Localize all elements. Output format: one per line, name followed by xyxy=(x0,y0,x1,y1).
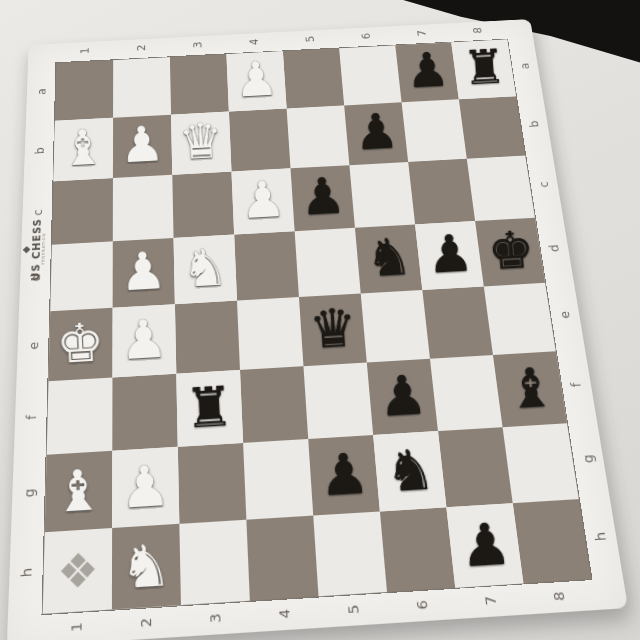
square-c8[interactable] xyxy=(467,156,535,222)
square-a5[interactable] xyxy=(283,48,344,108)
square-g6[interactable]: ♞ xyxy=(373,431,446,511)
square-d1[interactable] xyxy=(50,241,113,311)
square-b5[interactable] xyxy=(287,105,350,168)
square-e8[interactable] xyxy=(484,283,556,355)
square-f2[interactable] xyxy=(112,374,177,451)
square-g3[interactable] xyxy=(178,443,247,524)
square-b6[interactable]: ♟ xyxy=(344,102,408,165)
piece-black-pawn-h7[interactable]: ♟ xyxy=(458,515,513,576)
square-f3[interactable]: ♜ xyxy=(176,370,243,447)
piece-black-pawn-b6[interactable]: ♟ xyxy=(353,106,400,157)
square-a1[interactable] xyxy=(55,60,113,121)
uschess-logo-subtext: FEDERATION xyxy=(41,233,46,265)
square-d5[interactable] xyxy=(295,228,361,297)
square-f4[interactable] xyxy=(240,366,308,443)
piece-black-knight-g6[interactable]: ♞ xyxy=(383,441,436,500)
piece-white-knight-d3[interactable]: ♞ xyxy=(180,241,229,295)
piece-black-knight-d6[interactable]: ♞ xyxy=(364,231,413,285)
piece-black-pawn-a7[interactable]: ♟ xyxy=(404,46,450,95)
square-b8[interactable] xyxy=(459,96,525,159)
piece-white-knight-h2[interactable]: ♞ xyxy=(118,536,172,597)
square-f6[interactable]: ♟ xyxy=(367,359,438,435)
piece-white-pawn-c4[interactable]: ♟ xyxy=(239,174,287,226)
square-a4[interactable]: ♟ xyxy=(226,51,286,111)
square-e6[interactable] xyxy=(361,290,430,363)
square-d4[interactable] xyxy=(234,231,299,300)
piece-black-pawn-d7[interactable]: ♟ xyxy=(425,227,474,281)
square-e7[interactable] xyxy=(422,286,493,358)
piece-black-queen-e5[interactable]: ♛ xyxy=(307,301,357,356)
piece-black-king-d8[interactable]: ♚ xyxy=(486,224,536,278)
square-b2[interactable]: ♟ xyxy=(113,115,172,178)
square-f7[interactable] xyxy=(430,355,503,431)
square-g2[interactable]: ♟ xyxy=(112,447,179,528)
square-c1[interactable] xyxy=(52,178,113,245)
square-b3[interactable]: ♛ xyxy=(171,112,231,175)
square-g5[interactable]: ♟ xyxy=(308,435,380,516)
square-h4[interactable] xyxy=(246,516,318,601)
piece-white-bishop-b1[interactable]: ♝ xyxy=(59,122,106,173)
square-e5[interactable]: ♛ xyxy=(299,293,367,366)
square-a2[interactable] xyxy=(113,57,171,118)
square-b7[interactable] xyxy=(402,99,467,162)
square-d8[interactable]: ♚ xyxy=(475,218,545,287)
square-a3[interactable] xyxy=(170,54,229,114)
square-e1[interactable]: ♚ xyxy=(48,308,112,382)
uschess-watermark-icon: ❖ xyxy=(43,528,112,614)
square-a7[interactable]: ♟ xyxy=(395,42,459,102)
square-b4[interactable] xyxy=(229,108,291,171)
piece-black-pawn-f6[interactable]: ♟ xyxy=(377,367,429,424)
square-h2[interactable]: ♞ xyxy=(112,524,181,610)
square-e2[interactable]: ♟ xyxy=(112,304,176,377)
piece-white-pawn-a4[interactable]: ♟ xyxy=(233,55,279,104)
square-d3[interactable]: ♞ xyxy=(174,235,237,305)
square-d6[interactable]: ♞ xyxy=(355,224,422,293)
piece-white-queen-b3[interactable]: ♛ xyxy=(177,116,224,167)
piece-white-pawn-b2[interactable]: ♟ xyxy=(118,119,165,170)
square-h8[interactable] xyxy=(513,499,592,583)
piece-white-bishop-g1[interactable]: ♝ xyxy=(52,461,105,521)
square-g7[interactable] xyxy=(438,427,513,507)
photo-scene: { "game": "chess", "scene": { "descripti… xyxy=(0,0,640,640)
square-h7[interactable]: ♟ xyxy=(446,503,523,587)
piece-black-pawn-g5[interactable]: ♟ xyxy=(317,445,370,504)
piece-black-rook-a8[interactable]: ♜ xyxy=(461,43,507,92)
square-d2[interactable]: ♟ xyxy=(113,238,175,308)
square-f5[interactable] xyxy=(303,362,373,438)
chess-mat: 12345678 12345678 abcdefgh abcdefgh ◆ US… xyxy=(7,19,628,640)
square-a8[interactable]: ♜ xyxy=(451,39,516,99)
square-d7[interactable]: ♟ xyxy=(415,221,484,290)
piece-white-pawn-d2[interactable]: ♟ xyxy=(118,244,167,298)
square-a6[interactable] xyxy=(339,45,401,105)
square-c6[interactable] xyxy=(349,162,415,228)
square-g4[interactable] xyxy=(243,439,313,520)
board-grid: ♟♟♜♝♟♛♟♟♟♟♞♞♟♚♚♟♛♜♟♝♝♟♟♞❖♞♟ xyxy=(41,39,592,615)
square-h5[interactable] xyxy=(313,511,387,596)
square-c2[interactable] xyxy=(113,175,174,242)
square-c7[interactable] xyxy=(408,159,475,225)
square-c5[interactable]: ♟ xyxy=(291,165,355,231)
square-f8[interactable]: ♝ xyxy=(493,351,567,427)
square-e4[interactable] xyxy=(237,297,303,370)
square-h6[interactable] xyxy=(380,507,455,592)
piece-black-rook-f3[interactable]: ♜ xyxy=(183,379,235,436)
square-g1[interactable]: ♝ xyxy=(45,451,113,532)
square-h1[interactable]: ❖ xyxy=(43,528,112,614)
piece-white-pawn-g2[interactable]: ♟ xyxy=(118,457,171,516)
uschess-logo: ◆ US CHESS FEDERATION xyxy=(20,217,48,282)
piece-white-pawn-e2[interactable]: ♟ xyxy=(118,312,168,368)
piece-white-king-e1[interactable]: ♚ xyxy=(55,315,105,371)
square-b1[interactable]: ♝ xyxy=(53,118,113,182)
square-g8[interactable] xyxy=(503,423,579,503)
square-h3[interactable] xyxy=(179,520,250,605)
square-f1[interactable] xyxy=(47,377,113,454)
uschess-logo-text: US CHESS xyxy=(30,218,43,281)
square-c4[interactable]: ♟ xyxy=(231,168,294,234)
square-c3[interactable] xyxy=(172,172,234,238)
piece-black-pawn-c5[interactable]: ♟ xyxy=(299,170,347,222)
square-e3[interactable] xyxy=(175,301,240,374)
piece-black-bishop-f8[interactable]: ♝ xyxy=(505,360,557,417)
